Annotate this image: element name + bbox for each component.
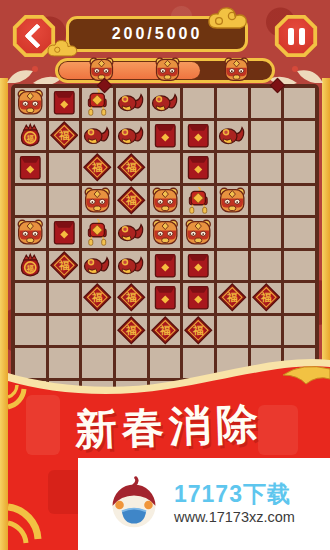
tile-fu-diamond[interactable]: 福 [183, 316, 214, 346]
tile-red-envelope[interactable] [150, 121, 181, 151]
svg-text:福: 福 [125, 292, 137, 304]
tile-red-envelope[interactable] [49, 218, 80, 248]
board-cell[interactable] [150, 186, 181, 216]
frame-left [0, 78, 8, 550]
brand-text: 17173下载 [174, 483, 295, 506]
tile-fortune-bag[interactable]: 福 [15, 121, 46, 151]
board-cell[interactable] [82, 218, 113, 248]
svg-text:福: 福 [125, 162, 137, 174]
board-cell[interactable] [183, 153, 214, 183]
board-cell [284, 153, 315, 183]
svg-text:福: 福 [26, 264, 34, 273]
board-cell [284, 218, 315, 248]
board-cell[interactable] [15, 153, 46, 183]
tile-fu-diamond[interactable]: 福 [116, 153, 147, 183]
tile-lion-head[interactable] [82, 186, 113, 216]
pause-icon [285, 28, 307, 45]
board-cell[interactable]: 福 [116, 316, 147, 346]
board-cell[interactable]: 福 [49, 251, 80, 281]
board-cell [251, 218, 282, 248]
board-cell [251, 251, 282, 281]
tile-fortune-bag[interactable]: 福 [15, 251, 46, 281]
board-cell[interactable] [116, 251, 147, 281]
site-url: www.17173xz.com [174, 510, 295, 525]
board-cell[interactable] [183, 283, 214, 313]
board-cell [15, 283, 46, 313]
tile-lucky-fish[interactable] [116, 121, 147, 151]
svg-text:福: 福 [192, 324, 204, 336]
board-cell [49, 283, 80, 313]
tile-fu-diamond[interactable]: 福 [82, 283, 113, 313]
svg-text:福: 福 [91, 162, 103, 174]
board-cell[interactable]: 福 [251, 283, 282, 313]
tile-red-envelope[interactable] [183, 153, 214, 183]
progress-milestone-lion-icon [154, 56, 181, 83]
tile-fu-diamond[interactable]: 福 [150, 316, 181, 346]
board-cell [284, 283, 315, 313]
tile-firecracker[interactable] [82, 218, 113, 248]
board-cell [284, 121, 315, 151]
progress-milestone-lion-icon [223, 56, 250, 83]
board-cell[interactable]: 福 [15, 251, 46, 281]
board-cell[interactable] [49, 218, 80, 248]
tile-red-envelope[interactable] [183, 121, 214, 151]
board-cell[interactable] [183, 218, 214, 248]
game-title: 新春消除 [7, 393, 330, 460]
board-cell[interactable] [82, 121, 113, 151]
board-cell [217, 88, 248, 118]
svg-text:福: 福 [125, 324, 137, 336]
tile-lucky-fish[interactable] [116, 251, 147, 281]
tile-red-envelope[interactable] [183, 251, 214, 281]
board-cell[interactable] [150, 121, 181, 151]
board-cell[interactable] [15, 88, 46, 118]
board-cell[interactable] [217, 186, 248, 216]
board-cell [251, 121, 282, 151]
board-cell[interactable] [183, 186, 214, 216]
board-cell [49, 186, 80, 216]
frame-right [322, 78, 330, 378]
board-cell [217, 251, 248, 281]
tile-lion-head[interactable] [217, 186, 248, 216]
board-cell[interactable] [183, 251, 214, 281]
board-cell [217, 153, 248, 183]
tile-lion-head[interactable] [15, 88, 46, 118]
board-cell[interactable] [116, 88, 147, 118]
board-cell[interactable]: 福 [116, 153, 147, 183]
gold-cloud-icon [205, 4, 265, 34]
tile-lucky-fish[interactable] [116, 88, 147, 118]
board-cell [82, 316, 113, 346]
board-cell [183, 88, 214, 118]
board-cell [217, 316, 248, 346]
board-cell[interactable]: 福 [183, 316, 214, 346]
board-cell[interactable]: 福 [82, 153, 113, 183]
svg-text:福: 福 [260, 292, 272, 304]
board-cell [15, 316, 46, 346]
board-cell [15, 186, 46, 216]
tile-fu-diamond[interactable]: 福 [116, 186, 147, 216]
board-cell[interactable] [116, 121, 147, 151]
tile-fu-diamond[interactable]: 福 [82, 153, 113, 183]
board-cell[interactable]: 福 [15, 121, 46, 151]
board-cell[interactable] [150, 251, 181, 281]
svg-text:福: 福 [58, 129, 70, 141]
tile-lion-head[interactable] [150, 218, 181, 248]
tile-fu-diamond[interactable]: 福 [49, 251, 80, 281]
tile-lion-head[interactable] [15, 218, 46, 248]
board-cell[interactable] [217, 121, 248, 151]
gold-cloud-icon [45, 37, 91, 61]
tile-lucky-fish[interactable] [150, 88, 181, 118]
tile-fu-diamond[interactable]: 福 [251, 283, 282, 313]
17173-mascot-logo [106, 476, 162, 532]
progress-bar [55, 58, 275, 83]
tile-fu-diamond[interactable]: 福 [217, 283, 248, 313]
board-cell[interactable] [15, 218, 46, 248]
board-cell [49, 316, 80, 346]
board-cell[interactable]: 福 [82, 283, 113, 313]
tile-fu-diamond[interactable]: 福 [116, 283, 147, 313]
tile-lucky-fish[interactable] [116, 218, 147, 248]
board-cell[interactable] [183, 121, 214, 151]
tile-red-envelope[interactable] [150, 283, 181, 313]
board-cell [251, 153, 282, 183]
tile-lucky-fish[interactable] [82, 121, 113, 151]
pause-button[interactable] [274, 14, 318, 58]
board-cell [284, 88, 315, 118]
svg-text:福: 福 [58, 259, 70, 271]
tile-firecracker[interactable] [183, 186, 214, 216]
board-cell [49, 153, 80, 183]
board-cell[interactable] [150, 88, 181, 118]
board-cell [284, 186, 315, 216]
board-cell [284, 316, 315, 346]
svg-text:福: 福 [125, 194, 137, 206]
tile-fu-diamond[interactable]: 福 [49, 121, 80, 151]
board-cell[interactable]: 福 [150, 316, 181, 346]
board-cell[interactable]: 福 [49, 121, 80, 151]
tile-firecracker[interactable] [82, 88, 113, 118]
tile-red-envelope[interactable] [15, 153, 46, 183]
board-cell[interactable]: 福 [116, 186, 147, 216]
board-cell[interactable] [82, 186, 113, 216]
svg-text:福: 福 [159, 324, 171, 336]
board-cell[interactable] [150, 283, 181, 313]
board-cell[interactable] [82, 88, 113, 118]
score-text: 200/5000 [112, 25, 203, 43]
tile-lucky-fish[interactable] [82, 251, 113, 281]
board-cell[interactable] [150, 218, 181, 248]
board-cell [251, 186, 282, 216]
board-cell[interactable]: 福 [116, 283, 147, 313]
watermark-footer: 17173下载 www.17173xz.com [78, 458, 330, 550]
svg-text:福: 福 [91, 292, 103, 304]
game-screen: 200/5000 [0, 0, 330, 550]
board-cell[interactable] [82, 251, 113, 281]
board-cell [150, 153, 181, 183]
svg-text:福: 福 [26, 134, 34, 143]
tile-red-envelope[interactable] [49, 88, 80, 118]
tile-lion-head[interactable] [150, 186, 181, 216]
board-cell[interactable] [116, 218, 147, 248]
board-cell [251, 316, 282, 346]
board-cell[interactable] [49, 88, 80, 118]
board-cell [284, 251, 315, 281]
tile-lion-head[interactable] [183, 218, 214, 248]
tile-red-envelope[interactable] [150, 251, 181, 281]
tile-red-envelope[interactable] [183, 283, 214, 313]
board-cell [217, 218, 248, 248]
svg-text:福: 福 [226, 292, 238, 304]
tile-lucky-fish[interactable] [217, 121, 248, 151]
tile-fu-diamond[interactable]: 福 [116, 316, 147, 346]
board-cell[interactable]: 福 [217, 283, 248, 313]
